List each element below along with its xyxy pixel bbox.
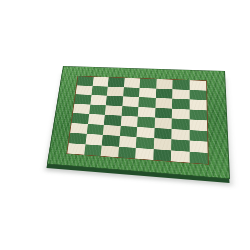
square-r7c2: [101, 145, 119, 157]
square-r7c4: [135, 148, 153, 160]
square-r7c6: [171, 150, 189, 162]
square-r7c5: [153, 149, 171, 161]
square-r7c7: [189, 151, 208, 164]
product-photo: [0, 0, 250, 250]
square-r7c0: [67, 143, 85, 155]
square-r7c1: [84, 144, 102, 156]
chess-board: [47, 66, 230, 179]
board-squares: [66, 76, 209, 165]
board-frame: [47, 66, 230, 179]
square-r7c3: [118, 146, 136, 158]
